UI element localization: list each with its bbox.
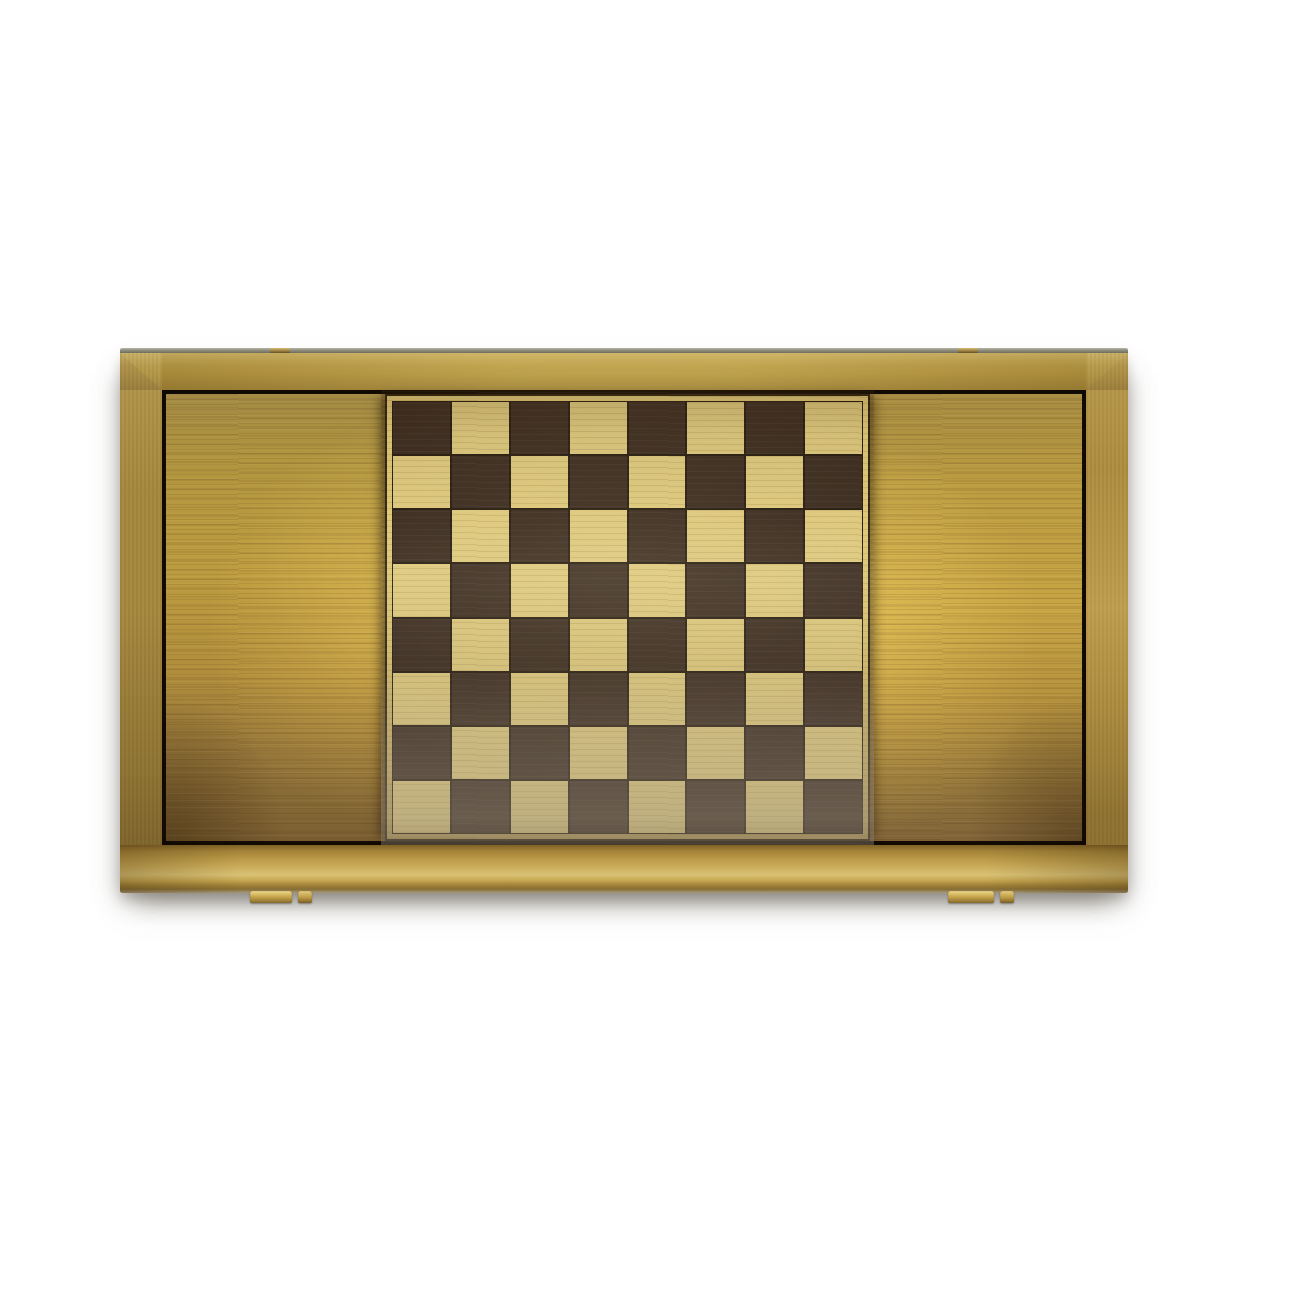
square-r5c4: [570, 619, 627, 671]
square-r6c2: [452, 673, 509, 725]
square-r6c1: [393, 673, 450, 725]
square-r1c8: [805, 402, 862, 454]
chessboard-border: [392, 401, 863, 834]
square-r3c8: [805, 510, 862, 562]
chessboard-panel: [385, 394, 870, 841]
square-r3c2: [452, 510, 509, 562]
square-r1c4: [570, 402, 627, 454]
square-r5c1: [393, 619, 450, 671]
square-r6c8: [805, 673, 862, 725]
square-r7c7: [746, 727, 803, 779]
photo-background: [0, 0, 1300, 1300]
square-r4c2: [452, 564, 509, 616]
latch-tab: [298, 891, 312, 903]
square-r6c4: [570, 673, 627, 725]
game-box: [120, 348, 1128, 893]
square-r1c2: [452, 402, 509, 454]
square-r8c6: [687, 781, 744, 833]
square-r8c2: [452, 781, 509, 833]
square-r7c3: [511, 727, 568, 779]
square-r5c5: [629, 619, 686, 671]
square-r4c3: [511, 564, 568, 616]
square-r7c5: [629, 727, 686, 779]
square-r7c8: [805, 727, 862, 779]
wood-panel-left: [166, 394, 385, 841]
square-r4c1: [393, 564, 450, 616]
square-r8c8: [805, 781, 862, 833]
wood-grain-texture: [166, 394, 385, 841]
square-r4c6: [687, 564, 744, 616]
square-r7c6: [687, 727, 744, 779]
square-r7c2: [452, 727, 509, 779]
hinge-right-icon: [958, 348, 978, 353]
square-r6c3: [511, 673, 568, 725]
square-r8c5: [629, 781, 686, 833]
latch-plate: [948, 891, 994, 903]
square-r6c6: [687, 673, 744, 725]
square-r5c3: [511, 619, 568, 671]
square-r2c2: [452, 456, 509, 508]
square-r1c1: [393, 402, 450, 454]
square-r1c5: [629, 402, 686, 454]
wood-grain-texture: [870, 394, 1082, 841]
square-r7c1: [393, 727, 450, 779]
square-r4c4: [570, 564, 627, 616]
square-r3c7: [746, 510, 803, 562]
square-r1c3: [511, 402, 568, 454]
square-r2c6: [687, 456, 744, 508]
square-r5c2: [452, 619, 509, 671]
square-r5c6: [687, 619, 744, 671]
square-r3c6: [687, 510, 744, 562]
box-top-edge: [120, 348, 1128, 353]
square-r2c4: [570, 456, 627, 508]
square-r3c5: [629, 510, 686, 562]
square-r8c7: [746, 781, 803, 833]
square-r8c4: [570, 781, 627, 833]
latch-left-icon: [250, 891, 312, 903]
square-r2c5: [629, 456, 686, 508]
square-r1c6: [687, 402, 744, 454]
square-r3c3: [511, 510, 568, 562]
latch-right-icon: [948, 891, 1014, 903]
chessboard-grid: [393, 402, 862, 833]
square-r7c4: [570, 727, 627, 779]
latch-tab: [1000, 891, 1014, 903]
hinge-left-icon: [270, 348, 290, 353]
wood-panel-right: [870, 394, 1082, 841]
recessed-lid-panel: [162, 390, 1086, 845]
square-r2c8: [805, 456, 862, 508]
square-r6c5: [629, 673, 686, 725]
square-r5c7: [746, 619, 803, 671]
square-r4c8: [805, 564, 862, 616]
square-r8c1: [393, 781, 450, 833]
square-r3c1: [393, 510, 450, 562]
square-r2c7: [746, 456, 803, 508]
latch-plate: [250, 891, 292, 903]
square-r4c5: [629, 564, 686, 616]
square-r6c7: [746, 673, 803, 725]
square-r8c3: [511, 781, 568, 833]
square-r4c7: [746, 564, 803, 616]
square-r3c4: [570, 510, 627, 562]
square-r1c7: [746, 402, 803, 454]
square-r5c8: [805, 619, 862, 671]
square-r2c1: [393, 456, 450, 508]
square-r2c3: [511, 456, 568, 508]
